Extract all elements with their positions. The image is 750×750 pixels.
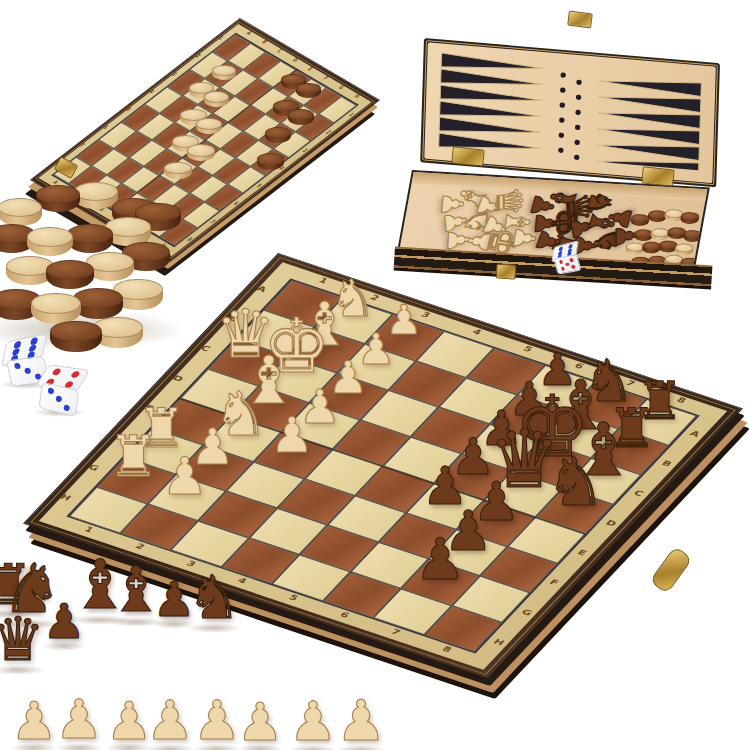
tray-checkers-disc — [674, 243, 695, 256]
tray-checkers-disc — [682, 230, 703, 243]
tray-piece-dark-b: ♝ — [582, 206, 622, 239]
tray-checkers-disc — [650, 228, 671, 241]
tray-checkers-disc — [647, 210, 668, 223]
lid-clasp — [567, 11, 593, 29]
product-photo-scene: AA11BB22CC33DD44EE55FF66GG77HH88 ♟♝♟♛♟♞♟… — [0, 0, 750, 750]
tray-checkers-disc — [664, 209, 685, 222]
checkers-disc-dark — [73, 288, 123, 319]
tray-piece-dark-p: ♟ — [611, 222, 640, 250]
tray-piece-dark-n: ♞ — [589, 227, 622, 254]
checkers-disc-light — [86, 252, 134, 282]
tray-piece-dark-p: ♟ — [568, 233, 600, 258]
backgammon-lid — [420, 38, 720, 187]
checkers-disc-dark — [0, 289, 41, 320]
tray-piece-dark-q: ♛ — [561, 190, 599, 226]
chess-piece-light-p: ♟ — [237, 696, 284, 748]
checkers-disc-dark — [50, 321, 101, 353]
tray-checkers-disc — [666, 227, 687, 240]
chess-piece-light-p: ♟ — [193, 694, 241, 748]
chess-piece-light-p: ♟ — [55, 693, 103, 747]
chess-piece-dark-q: ♛ — [0, 609, 45, 669]
die — [1, 334, 51, 391]
checkers-disc-light — [93, 317, 144, 349]
chess-piece-dark-r: ♜ — [0, 557, 33, 613]
chess-piece-light-p: ♟ — [146, 694, 194, 748]
tray-checkers-disc — [641, 241, 662, 254]
tray-piece-light-p: ♟ — [477, 210, 514, 242]
tray-piece-light-n: ♞ — [459, 208, 492, 235]
checkers-disc-light — [6, 256, 54, 286]
chess-piece-light-p: ♟ — [289, 695, 337, 749]
chess-piece-dark-n: ♞ — [2, 555, 63, 623]
checkers-disc-light — [31, 293, 81, 324]
checkers-disc-dark — [0, 224, 35, 253]
tray-piece-dark-k: ♚ — [547, 206, 582, 240]
chess-piece-light-p: ♟ — [336, 693, 386, 749]
tray-piece-dark-p: ♟ — [603, 204, 638, 232]
tray-piece-light-p: ♟ — [507, 225, 540, 251]
tray-checkers-disc — [633, 229, 654, 242]
tray-piece-light-p: ♟ — [439, 207, 470, 237]
tray-piece-light-b: ♝ — [499, 207, 536, 236]
checkers-disc-light — [27, 227, 73, 256]
chess-piece-light-p: ♟ — [11, 695, 58, 747]
main-board-clasp — [649, 546, 693, 595]
die — [37, 363, 84, 418]
main-chess-board: 11AA22BB33CC44DD55EE66FF77GG88HH — [23, 253, 743, 679]
hinge-icon — [451, 146, 485, 166]
hinge-icon — [641, 166, 675, 186]
tray-front-latch — [496, 263, 517, 279]
checkers-disc-light — [0, 198, 42, 226]
tray-checkers-disc — [680, 212, 701, 225]
tray-piece-dark-p: ♟ — [565, 212, 598, 243]
tray-piece-dark-p: ♟ — [530, 226, 566, 256]
tray-checkers-disc — [630, 214, 651, 227]
checkers-disc-light — [113, 279, 162, 309]
chess-piece-light-p: ♟ — [106, 695, 153, 747]
tray-checkers-disc — [658, 240, 679, 253]
tray-piece-light-p: ♟ — [436, 191, 467, 216]
tray-piece-dark-p: ♟ — [530, 211, 561, 236]
tray-piece-dark-p: ♟ — [525, 191, 560, 219]
chess-piece-dark-p: ♟ — [42, 597, 85, 645]
tray-checkers-disc — [624, 242, 645, 255]
checkers-disc-dark — [46, 260, 94, 290]
tray-piece-light-p: ♟ — [471, 191, 507, 221]
